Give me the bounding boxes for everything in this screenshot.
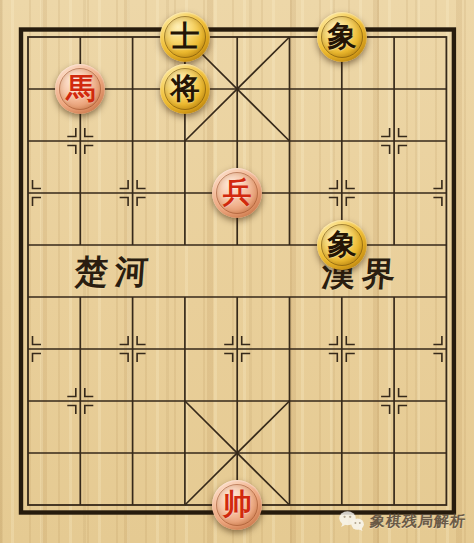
piece-red-horse[interactable]: 馬 (55, 64, 105, 114)
piece-character: 馬 (66, 74, 95, 103)
board-point: 帅 (211, 479, 263, 531)
board-point: 兵 (211, 167, 263, 219)
pieces-grid: 士象馬将兵象帅 (2, 11, 473, 531)
piece-character: 将 (171, 74, 200, 103)
xiangqi-diagram: 楚河 漢界 士象馬将兵象帅 象棋残局解析 (0, 0, 474, 543)
piece-character: 象 (327, 230, 356, 259)
piece-character: 象 (327, 22, 356, 51)
piece-character: 士 (171, 22, 200, 51)
board-point: 象 (316, 219, 368, 271)
piece-black-elephant[interactable]: 象 (317, 220, 367, 270)
piece-black-general[interactable]: 将 (160, 64, 210, 114)
piece-character: 兵 (223, 178, 252, 207)
piece-black-advisor[interactable]: 士 (160, 12, 210, 62)
watermark: 象棋残局解析 (338, 510, 466, 532)
board-point: 象 (316, 11, 368, 63)
board-point: 馬 (54, 63, 106, 115)
board-point: 士 (159, 11, 211, 63)
piece-red-general[interactable]: 帅 (212, 480, 262, 530)
wechat-icon (338, 510, 365, 532)
piece-red-soldier[interactable]: 兵 (212, 168, 262, 218)
piece-black-elephant[interactable]: 象 (317, 12, 367, 62)
board-point: 将 (159, 63, 211, 115)
piece-character: 帅 (223, 490, 252, 519)
watermark-text: 象棋残局解析 (369, 512, 467, 531)
